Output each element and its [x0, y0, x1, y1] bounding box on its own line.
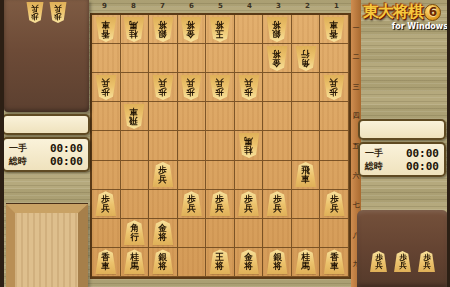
- piece-kanji: 歩: [31, 13, 39, 21]
- piece-kanji: 兵: [330, 204, 339, 213]
- square-2a[interactable]: [292, 15, 321, 44]
- square-7g[interactable]: [149, 190, 178, 219]
- square-2c[interactable]: [292, 73, 321, 102]
- piece-kanji: 兵: [330, 78, 339, 87]
- gote-player-name-box: [2, 114, 90, 135]
- piece-sente-rook[interactable]: 飛車: [295, 162, 317, 187]
- square-4e[interactable]: 桂馬: [235, 131, 264, 160]
- piece-kanji: 歩: [216, 87, 225, 96]
- square-5f[interactable]: [206, 161, 235, 190]
- gote-time-box: 一手 00:00 総時 00:00: [2, 137, 90, 172]
- piece-kanji: 将: [216, 262, 225, 271]
- piece-gote-gold[interactable]: 金将: [180, 17, 202, 42]
- file-label: 5: [206, 0, 235, 13]
- piece-kanji: 将: [159, 233, 168, 242]
- square-5h[interactable]: [206, 219, 235, 248]
- piece-kanji: 将: [273, 20, 282, 29]
- gote-total-time-value: 00:00: [50, 155, 83, 168]
- square-1f[interactable]: [320, 161, 349, 190]
- square-4g[interactable]: 歩兵: [235, 190, 264, 219]
- file-label: 3: [264, 0, 293, 13]
- file-label: 8: [119, 0, 148, 13]
- piece-sente-pawn[interactable]: 歩兵: [95, 191, 117, 216]
- sente-time-box: 一手 00:00 総時 00:00: [358, 142, 446, 177]
- square-1e[interactable]: [320, 131, 349, 160]
- piece-kanji: 将: [244, 262, 253, 271]
- piece-gote-pawn[interactable]: 歩兵: [152, 75, 174, 100]
- piece-kanji: 兵: [187, 204, 196, 213]
- square-4b[interactable]: [235, 44, 264, 73]
- piece-kanji: 車: [330, 262, 339, 271]
- square-8i[interactable]: 桂馬: [121, 248, 150, 277]
- square-2i[interactable]: 桂馬: [292, 248, 321, 277]
- piece-sente-pawn[interactable]: 歩兵: [418, 251, 436, 272]
- piece-gote-bishop[interactable]: 角行: [295, 46, 317, 71]
- sente-move-time-value: 00:00: [406, 147, 439, 160]
- piece-sente-pawn[interactable]: 歩兵: [394, 251, 412, 272]
- piece-kanji: 歩: [244, 87, 253, 96]
- piece-gote-knight[interactable]: 桂馬: [123, 17, 145, 42]
- square-2b[interactable]: 角行: [292, 44, 321, 73]
- piece-kanji: 兵: [244, 204, 253, 213]
- square-3e[interactable]: [263, 131, 292, 160]
- square-9h[interactable]: [92, 219, 121, 248]
- piece-kanji: 兵: [375, 262, 383, 270]
- piece-sente-gold[interactable]: 金将: [152, 220, 174, 245]
- piece-gote-pawn[interactable]: 歩兵: [323, 75, 345, 100]
- file-label: 6: [177, 0, 206, 13]
- square-6g[interactable]: 歩兵: [178, 190, 207, 219]
- square-8a[interactable]: 桂馬: [121, 15, 150, 44]
- piece-kanji: 車: [101, 20, 110, 29]
- gote-clock-panel: 一手 00:00 総時 00:00: [2, 114, 90, 172]
- square-6c[interactable]: 歩兵: [178, 73, 207, 102]
- piece-gote-silver[interactable]: 銀将: [152, 17, 174, 42]
- square-5e[interactable]: [206, 131, 235, 160]
- piece-sente-pawn[interactable]: 歩兵: [238, 191, 260, 216]
- sente-total-time-value: 00:00: [406, 160, 439, 173]
- square-6e[interactable]: [178, 131, 207, 160]
- gote-hand-stand[interactable]: 歩兵歩兵: [4, 0, 89, 112]
- square-4a[interactable]: [235, 15, 264, 44]
- piece-gote-knight[interactable]: 桂馬: [238, 133, 260, 158]
- square-6f[interactable]: [178, 161, 207, 190]
- piece-sente-pawn[interactable]: 歩兵: [266, 191, 288, 216]
- piece-sente-lance[interactable]: 香車: [323, 249, 345, 274]
- app-logo: 東大将棋6 for Windows: [356, 2, 448, 31]
- square-2e[interactable]: [292, 131, 321, 160]
- square-3a[interactable]: 銀将: [263, 15, 292, 44]
- piece-kanji: 兵: [31, 5, 39, 13]
- square-7h[interactable]: 金将: [149, 219, 178, 248]
- file-label: 2: [293, 0, 322, 13]
- square-9i[interactable]: 香車: [92, 248, 121, 277]
- square-9b[interactable]: [92, 44, 121, 73]
- square-3i[interactable]: 銀将: [263, 248, 292, 277]
- piece-kanji: 兵: [399, 262, 407, 270]
- square-8d[interactable]: 飛車: [121, 102, 150, 131]
- piece-kanji: 兵: [216, 204, 225, 213]
- square-1a[interactable]: 香車: [320, 15, 349, 44]
- piece-kanji: 車: [130, 107, 139, 116]
- piece-kanji: 歩: [187, 87, 196, 96]
- square-7e[interactable]: [149, 131, 178, 160]
- piece-sente-bishop[interactable]: 角行: [123, 220, 145, 245]
- piece-kanji: 兵: [101, 204, 110, 213]
- app-logo-title: 東大将棋6: [356, 2, 448, 23]
- square-9a[interactable]: 香車: [92, 15, 121, 44]
- square-9d[interactable]: [92, 102, 121, 131]
- piece-kanji: 馬: [301, 262, 310, 271]
- piece-gote-king[interactable]: 玉将: [209, 17, 231, 42]
- piece-gote-pawn[interactable]: 歩兵: [26, 2, 44, 23]
- app-logo-subtitle: for Windows: [356, 22, 448, 31]
- square-8c[interactable]: [121, 73, 150, 102]
- square-8h[interactable]: 角行: [121, 219, 150, 248]
- square-6h[interactable]: [178, 219, 207, 248]
- sente-total-time-label: 総時: [365, 160, 383, 173]
- piece-kanji: 兵: [159, 78, 168, 87]
- sente-move-time-label: 一手: [365, 147, 383, 160]
- piece-kanji: 兵: [159, 175, 168, 184]
- piece-kanji: 行: [301, 49, 310, 58]
- piece-kanji: 馬: [244, 136, 253, 145]
- piece-kanji: 兵: [216, 78, 225, 87]
- piece-kanji: 将: [159, 20, 168, 29]
- app-logo-version-badge: 6: [424, 4, 441, 21]
- piece-kanji: 歩: [54, 13, 62, 21]
- piece-gote-pawn[interactable]: 歩兵: [49, 2, 67, 23]
- piece-gote-gold[interactable]: 金将: [266, 46, 288, 71]
- piece-kanji: 将: [216, 20, 225, 29]
- piece-sente-pawn[interactable]: 歩兵: [180, 191, 202, 216]
- square-3f[interactable]: [263, 161, 292, 190]
- square-1i[interactable]: 香車: [320, 248, 349, 277]
- square-3c[interactable]: [263, 73, 292, 102]
- piece-gote-pawn[interactable]: 歩兵: [209, 75, 231, 100]
- piece-kanji: 兵: [101, 78, 110, 87]
- piece-sente-pawn[interactable]: 歩兵: [323, 191, 345, 216]
- piece-kanji: 兵: [423, 262, 431, 270]
- square-3h[interactable]: [263, 219, 292, 248]
- piece-kanji: 車: [101, 262, 110, 271]
- piece-gote-pawn[interactable]: 歩兵: [238, 75, 260, 100]
- piece-gote-pawn[interactable]: 歩兵: [180, 75, 202, 100]
- piece-kanji: 車: [330, 20, 339, 29]
- square-2h[interactable]: [292, 219, 321, 248]
- square-6d[interactable]: [178, 102, 207, 131]
- piece-sente-knight[interactable]: 桂馬: [123, 249, 145, 274]
- piece-sente-pawn[interactable]: 歩兵: [209, 191, 231, 216]
- square-2d[interactable]: [292, 102, 321, 131]
- square-7b[interactable]: [149, 44, 178, 73]
- square-6a[interactable]: 金将: [178, 15, 207, 44]
- piece-kanji: 馬: [130, 20, 139, 29]
- piece-kanji: 兵: [244, 78, 253, 87]
- piece-kanji: 桂: [244, 145, 253, 154]
- piece-kanji: 歩: [101, 87, 110, 96]
- piece-gote-silver[interactable]: 銀将: [266, 17, 288, 42]
- piece-kanji: 将: [159, 262, 168, 271]
- square-5b[interactable]: [206, 44, 235, 73]
- piece-gote-lance[interactable]: 香車: [323, 17, 345, 42]
- piece-kanji: 兵: [273, 204, 282, 213]
- file-labels: 987654321: [90, 0, 351, 13]
- piece-sente-pawn[interactable]: 歩兵: [370, 251, 388, 272]
- piece-kanji: 行: [130, 233, 139, 242]
- square-4c[interactable]: 歩兵: [235, 73, 264, 102]
- square-9g[interactable]: 歩兵: [92, 190, 121, 219]
- piece-box: [6, 204, 88, 287]
- piece-kanji: 歩: [330, 87, 339, 96]
- square-1b[interactable]: [320, 44, 349, 73]
- piece-gote-pawn[interactable]: 歩兵: [95, 75, 117, 100]
- square-5c[interactable]: 歩兵: [206, 73, 235, 102]
- piece-sente-pawn[interactable]: 歩兵: [152, 162, 174, 187]
- file-label: 1: [322, 0, 351, 13]
- square-9e[interactable]: [92, 131, 121, 160]
- piece-kanji: 兵: [54, 5, 62, 13]
- square-3d[interactable]: [263, 102, 292, 131]
- piece-gote-lance[interactable]: 香車: [95, 17, 117, 42]
- piece-kanji: 歩: [159, 87, 168, 96]
- piece-sente-king[interactable]: 王将: [209, 249, 231, 274]
- square-4d[interactable]: [235, 102, 264, 131]
- square-5a[interactable]: 玉将: [206, 15, 235, 44]
- square-2f[interactable]: 飛車: [292, 161, 321, 190]
- square-4i[interactable]: 金将: [235, 248, 264, 277]
- square-1g[interactable]: 歩兵: [320, 190, 349, 219]
- square-2g[interactable]: [292, 190, 321, 219]
- square-7c[interactable]: 歩兵: [149, 73, 178, 102]
- file-label: 4: [235, 0, 264, 13]
- piece-sente-gold[interactable]: 金将: [238, 249, 260, 274]
- piece-kanji: 将: [273, 262, 282, 271]
- piece-kanji: 飛: [130, 116, 139, 125]
- square-6i[interactable]: [178, 248, 207, 277]
- square-3b[interactable]: 金将: [263, 44, 292, 73]
- square-1d[interactable]: [320, 102, 349, 131]
- square-1h[interactable]: [320, 219, 349, 248]
- piece-kanji: 金: [273, 58, 282, 67]
- piece-sente-knight[interactable]: 桂馬: [295, 249, 317, 274]
- gote-move-time-label: 一手: [9, 142, 27, 155]
- gote-total-time-label: 総時: [9, 155, 27, 168]
- piece-sente-silver[interactable]: 銀将: [266, 249, 288, 274]
- square-4f[interactable]: [235, 161, 264, 190]
- square-9f[interactable]: [92, 161, 121, 190]
- rank-label: 三: [351, 72, 361, 102]
- square-4h[interactable]: [235, 219, 264, 248]
- piece-kanji: 角: [301, 58, 310, 67]
- square-8b[interactable]: [121, 44, 150, 73]
- square-8e[interactable]: [121, 131, 150, 160]
- piece-kanji: 将: [273, 49, 282, 58]
- square-7a[interactable]: 銀将: [149, 15, 178, 44]
- rank-label: 二: [351, 43, 361, 73]
- square-8g[interactable]: [121, 190, 150, 219]
- square-7f[interactable]: 歩兵: [149, 161, 178, 190]
- piece-kanji: 兵: [187, 78, 196, 87]
- square-8f[interactable]: [121, 161, 150, 190]
- piece-kanji: 将: [187, 20, 196, 29]
- screen-left-edge: [0, 0, 4, 287]
- gote-move-time-value: 00:00: [50, 142, 83, 155]
- square-1c[interactable]: 歩兵: [320, 73, 349, 102]
- square-5g[interactable]: 歩兵: [206, 190, 235, 219]
- piece-kanji: 馬: [130, 262, 139, 271]
- piece-sente-lance[interactable]: 香車: [95, 249, 117, 274]
- square-5i[interactable]: 王将: [206, 248, 235, 277]
- piece-sente-silver[interactable]: 銀将: [152, 249, 174, 274]
- shogi-board[interactable]: 香車桂馬銀将金将玉将銀将香車金将角行歩兵歩兵歩兵歩兵歩兵歩兵飛車桂馬歩兵飛車歩兵…: [90, 13, 351, 279]
- sente-player-name-box: [358, 119, 446, 140]
- file-label: 7: [148, 0, 177, 13]
- square-7i[interactable]: 銀将: [149, 248, 178, 277]
- file-label: 9: [90, 0, 119, 13]
- piece-gote-rook[interactable]: 飛車: [123, 104, 145, 129]
- square-6b[interactable]: [178, 44, 207, 73]
- piece-kanji: 車: [301, 175, 310, 184]
- square-9c[interactable]: 歩兵: [92, 73, 121, 102]
- square-5d[interactable]: [206, 102, 235, 131]
- sente-hand-stand[interactable]: 歩兵歩兵歩兵: [357, 210, 448, 287]
- square-3g[interactable]: 歩兵: [263, 190, 292, 219]
- square-7d[interactable]: [149, 102, 178, 131]
- sente-clock-panel: 一手 00:00 総時 00:00: [358, 119, 446, 177]
